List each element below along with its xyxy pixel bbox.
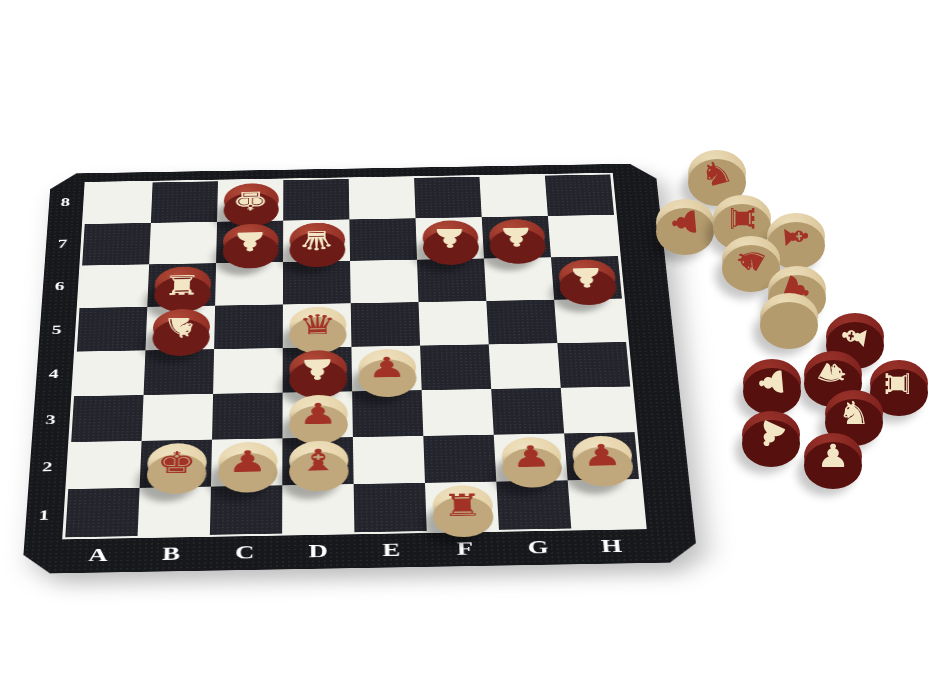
knight-icon: ♞ [725, 235, 777, 284]
piece-wood-rook-f1[interactable]: ♜ [431, 485, 493, 526]
board-grid: ♚♟♛♟♟♜♟♞♛♟♟♟♚♟♝♟♟♜ [62, 173, 647, 540]
piece-red-queen-d7[interactable]: ♛ [289, 222, 345, 258]
square-g2[interactable]: ♟ [494, 433, 568, 481]
knight-icon: ♞ [837, 393, 870, 433]
square-c4[interactable] [213, 348, 283, 394]
bishop-icon: ♝ [832, 317, 878, 357]
square-d5[interactable]: ♛ [283, 303, 352, 348]
square-h6[interactable]: ♟ [551, 256, 622, 300]
captured-red-pawn-3[interactable]: ♟ [743, 359, 801, 406]
square-b4[interactable] [144, 349, 215, 395]
square-b2[interactable]: ♚ [140, 440, 212, 488]
square-e4[interactable]: ♟ [351, 346, 421, 392]
rook-icon: ♜ [722, 202, 762, 235]
piece-red-pawn-d4[interactable]: ♟ [289, 350, 347, 388]
square-g3[interactable] [491, 388, 564, 435]
piece-wood-queen-d5[interactable]: ♛ [289, 306, 346, 343]
square-f3[interactable] [422, 389, 494, 436]
square-c6[interactable] [215, 262, 283, 306]
square-g7[interactable]: ♟ [482, 216, 551, 259]
captured-red-rook-4[interactable]: ♜ [870, 360, 928, 407]
king-icon: ♚ [156, 443, 197, 483]
bishop-icon: ♝ [298, 440, 338, 480]
piece-red-knight-b5[interactable]: ♞ [152, 308, 210, 345]
pawn-icon: ♟ [816, 436, 849, 476]
rank-label-6: 6 [41, 265, 77, 308]
square-h1[interactable] [568, 479, 644, 528]
square-d3[interactable]: ♟ [282, 391, 352, 438]
square-a1[interactable] [65, 488, 139, 538]
bishop-icon: ♝ [774, 218, 817, 255]
square-d8[interactable] [283, 179, 349, 221]
square-e3[interactable] [352, 390, 423, 437]
square-d4[interactable]: ♟ [283, 347, 353, 393]
square-g8[interactable] [479, 176, 547, 218]
queen-icon: ♛ [298, 306, 337, 343]
file-label-b: B [134, 536, 209, 572]
square-f7[interactable]: ♟ [416, 217, 484, 260]
chessboard: 87654321 ABCDEFGH ♚♟♛♟♟♜♟♞♛♟♟♟♚♟♝♟♟♜ [22, 163, 698, 574]
square-g4[interactable] [489, 343, 561, 389]
captured-red-pawn-7[interactable]: ♟ [804, 433, 862, 480]
pawn-icon: ♟ [497, 219, 537, 254]
square-c5[interactable] [214, 304, 283, 349]
square-e1[interactable] [354, 483, 427, 532]
pawn-icon: ♟ [430, 220, 469, 255]
pawn-icon: ♟ [510, 437, 553, 477]
square-a7[interactable] [82, 223, 151, 266]
square-a2[interactable] [68, 441, 141, 489]
pawn-icon: ♟ [747, 409, 794, 460]
pawn-icon: ♟ [566, 259, 607, 295]
square-c7[interactable]: ♟ [216, 221, 283, 264]
pawn-icon: ♟ [231, 223, 269, 258]
square-f1[interactable]: ♜ [425, 482, 499, 531]
rook-icon: ♜ [441, 485, 483, 526]
piece-wood-bishop-d2[interactable]: ♝ [289, 440, 349, 480]
captured-red-knight-5[interactable]: ♞ [825, 390, 883, 437]
file-label-h: H [574, 528, 650, 564]
file-label-d: D [281, 533, 355, 569]
square-h5[interactable] [554, 299, 626, 344]
square-c2[interactable]: ♟ [211, 438, 283, 486]
square-e6[interactable] [350, 260, 418, 304]
piece-red-pawn-h6[interactable]: ♟ [557, 259, 616, 295]
square-d2[interactable]: ♝ [282, 437, 353, 485]
rank-label-5: 5 [38, 308, 75, 353]
captured-red-pawn-6[interactable]: ♟ [742, 411, 800, 458]
rank-label-4: 4 [35, 352, 72, 398]
square-b3[interactable] [142, 394, 213, 441]
rook-icon: ♜ [163, 266, 202, 302]
pawn-icon: ♟ [298, 350, 337, 388]
captured-wood-knight-5[interactable]: ♞ [722, 236, 780, 283]
file-label-c: C [208, 534, 282, 570]
file-label-g: G [501, 529, 577, 565]
square-a6[interactable] [80, 264, 150, 308]
square-a3[interactable] [71, 395, 143, 442]
captured-wood-knight-1[interactable]: ♞ [688, 150, 746, 197]
square-a4[interactable] [74, 350, 145, 396]
square-e2[interactable] [353, 436, 425, 484]
square-f6[interactable] [417, 259, 486, 303]
pawn-icon: ♟ [367, 349, 407, 387]
square-f2[interactable] [423, 435, 496, 483]
square-f5[interactable] [419, 301, 489, 346]
square-c8[interactable]: ♚ [217, 180, 283, 222]
rank-label-2: 2 [28, 443, 66, 491]
square-b1[interactable] [138, 487, 211, 536]
board-frame: 87654321 ABCDEFGH ♚♟♛♟♟♜♟♞♛♟♟♟♚♟♝♟♟♜ [22, 163, 698, 574]
square-a8[interactable] [85, 182, 153, 224]
square-g1[interactable] [496, 480, 571, 529]
square-a5[interactable] [77, 307, 148, 352]
file-label-a: A [60, 537, 135, 573]
square-h2[interactable]: ♟ [564, 432, 639, 480]
file-label-e: E [354, 532, 428, 568]
piece-wood-pawn-h2[interactable]: ♟ [571, 435, 634, 475]
rank-label-1: 1 [25, 491, 64, 540]
rook-icon: ♜ [879, 367, 919, 400]
pawn-icon: ♟ [750, 364, 793, 401]
piece-wood-pawn-c2[interactable]: ♟ [217, 441, 277, 481]
square-h8[interactable] [545, 174, 614, 216]
rank-label-3: 3 [32, 397, 70, 444]
rank-label-7: 7 [45, 223, 81, 265]
square-b6[interactable]: ♜ [147, 263, 216, 307]
pawn-icon: ♟ [663, 204, 706, 241]
pawn-icon: ♟ [580, 435, 623, 475]
square-g6[interactable] [484, 257, 554, 301]
piece-wood-king-b2[interactable]: ♚ [146, 443, 206, 483]
square-h4[interactable] [557, 342, 630, 388]
king-icon: ♚ [232, 183, 270, 217]
captured-wood-blank-7[interactable] [760, 293, 818, 340]
square-c1[interactable] [210, 485, 282, 534]
piece-wood-pawn-d3[interactable]: ♟ [289, 394, 348, 433]
knight-icon: ♞ [696, 150, 739, 198]
square-d7[interactable]: ♛ [283, 219, 350, 262]
square-b7[interactable] [149, 222, 217, 265]
square-c3[interactable] [212, 393, 283, 440]
square-h7[interactable] [548, 215, 618, 258]
rank-label-8: 8 [48, 182, 83, 223]
pawn-icon: ♟ [298, 394, 338, 433]
piece-red-king-c8[interactable]: ♚ [223, 183, 278, 218]
square-f8[interactable] [414, 177, 482, 219]
square-e7[interactable] [349, 218, 417, 261]
piece-red-pawn-g7[interactable]: ♟ [488, 219, 546, 255]
pawn-icon: ♟ [227, 441, 268, 481]
knight-icon: ♞ [161, 309, 201, 346]
square-e5[interactable] [351, 302, 420, 347]
square-e8[interactable] [349, 178, 416, 220]
square-b8[interactable] [151, 181, 218, 223]
piece-red-pawn-f7[interactable]: ♟ [422, 220, 479, 256]
queen-icon: ♛ [298, 222, 336, 257]
square-g5[interactable] [486, 300, 557, 345]
square-b5[interactable]: ♞ [145, 306, 215, 351]
piece-red-rook-b6[interactable]: ♜ [154, 266, 211, 302]
square-h3[interactable] [561, 387, 635, 434]
piece-wood-pawn-e4[interactable]: ♟ [358, 348, 417, 386]
piece-red-pawn-c7[interactable]: ♟ [222, 223, 278, 259]
captured-wood-pawn-2[interactable]: ♟ [656, 199, 714, 246]
piece-wood-pawn-g2[interactable]: ♟ [500, 436, 562, 476]
square-f4[interactable] [420, 344, 491, 390]
square-d1[interactable] [282, 484, 354, 533]
square-d6[interactable] [283, 261, 351, 305]
